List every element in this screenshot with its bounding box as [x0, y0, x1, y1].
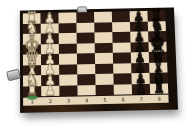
- board-square[interactable]: [76, 12, 94, 23]
- board-square[interactable]: [77, 64, 95, 75]
- board-square[interactable]: [94, 32, 112, 43]
- board-square[interactable]: ♝: [23, 65, 41, 76]
- board-square[interactable]: ♚: [148, 41, 166, 52]
- board-square[interactable]: [94, 12, 112, 23]
- board-square[interactable]: ♝: [148, 31, 166, 42]
- metal-clasp-icon: [6, 69, 21, 82]
- board-square[interactable]: ♟: [131, 62, 149, 73]
- board-square[interactable]: [59, 74, 77, 85]
- board-square[interactable]: [77, 74, 95, 85]
- board-square[interactable]: ♟: [132, 83, 150, 94]
- coord-label: 4: [78, 98, 96, 103]
- coord-label: 2: [41, 98, 59, 103]
- board-square[interactable]: ♜: [150, 83, 168, 94]
- board-square[interactable]: ♟: [41, 33, 59, 44]
- board-square[interactable]: [59, 53, 77, 64]
- board-square[interactable]: [77, 53, 95, 64]
- board-square[interactable]: [77, 32, 95, 43]
- board-square[interactable]: ♚: [23, 44, 41, 55]
- board-square[interactable]: [113, 52, 131, 63]
- board-square[interactable]: ♟: [41, 13, 59, 24]
- board-square[interactable]: ♝: [23, 34, 41, 45]
- chess-set-photo: ♜♟♟♜♞♟♟♞♝♟♟♝♚♟♟♚♛♟♟♛♝♟♟♝♞♟♟♞♜♟♟♜ 1234567…: [0, 0, 192, 128]
- board-square[interactable]: ♜: [23, 13, 41, 24]
- board-square[interactable]: [112, 11, 130, 22]
- board-square[interactable]: [77, 43, 95, 54]
- board-square[interactable]: ♜: [147, 11, 165, 22]
- board-square[interactable]: [112, 21, 130, 32]
- board-square[interactable]: [113, 42, 131, 53]
- coord-label: 3: [59, 98, 77, 103]
- board-square[interactable]: [59, 23, 77, 34]
- board-square[interactable]: [114, 84, 132, 95]
- board-square[interactable]: ♟: [41, 64, 59, 75]
- board-square[interactable]: ♛: [149, 52, 167, 63]
- board-square[interactable]: ♛: [23, 54, 41, 65]
- board-square[interactable]: [112, 32, 130, 43]
- board-square[interactable]: [59, 64, 77, 75]
- board-square[interactable]: ♞: [23, 23, 41, 34]
- board-square[interactable]: [94, 22, 112, 33]
- white-pawn: ♟: [44, 83, 56, 98]
- board-square[interactable]: ♞: [149, 72, 167, 83]
- board-square[interactable]: ♟: [130, 11, 148, 22]
- board-square[interactable]: [76, 22, 94, 33]
- coord-label: 5: [96, 97, 114, 102]
- board-square[interactable]: [95, 42, 113, 53]
- board-square[interactable]: ♜: [23, 86, 41, 97]
- board-square[interactable]: ♟: [41, 85, 59, 96]
- board-square[interactable]: [113, 63, 131, 74]
- board-square[interactable]: ♝: [149, 62, 167, 73]
- board-square[interactable]: [95, 53, 113, 64]
- board-square[interactable]: [96, 84, 114, 95]
- coord-label: 7: [132, 96, 150, 101]
- board-square[interactable]: [59, 43, 77, 54]
- coord-label: 8: [150, 96, 168, 101]
- board-square[interactable]: [77, 85, 95, 96]
- board-square[interactable]: ♟: [130, 21, 148, 32]
- board-square[interactable]: ♟: [41, 23, 59, 34]
- board-square[interactable]: [113, 73, 131, 84]
- board-square[interactable]: ♞: [23, 75, 41, 86]
- board-square[interactable]: ♟: [41, 54, 59, 65]
- board-square[interactable]: [95, 74, 113, 85]
- board-square[interactable]: ♞: [148, 21, 166, 32]
- chess-board: ♜♟♟♜♞♟♟♞♝♟♟♝♚♟♟♚♛♟♟♛♝♟♟♝♞♟♟♞♜♟♟♜ 1234567…: [20, 7, 178, 112]
- board-square[interactable]: ♟: [131, 52, 149, 63]
- board-squares: ♜♟♟♜♞♟♟♞♝♟♟♝♚♟♟♚♛♟♟♛♝♟♟♝♞♟♟♞♜♟♟♜: [23, 11, 168, 97]
- board-square[interactable]: [95, 63, 113, 74]
- board-square[interactable]: [59, 33, 77, 44]
- black-pawn: ♟: [135, 81, 147, 96]
- coord-label: 1: [23, 99, 41, 104]
- board-square[interactable]: ♟: [41, 44, 59, 55]
- board-square[interactable]: [59, 85, 77, 96]
- board-square[interactable]: [58, 12, 76, 23]
- board-square[interactable]: ♟: [130, 42, 148, 53]
- board-square[interactable]: ♟: [131, 73, 149, 84]
- board-square[interactable]: ♟: [130, 31, 148, 42]
- board-square[interactable]: ♟: [41, 75, 59, 86]
- coord-label: 6: [114, 97, 132, 102]
